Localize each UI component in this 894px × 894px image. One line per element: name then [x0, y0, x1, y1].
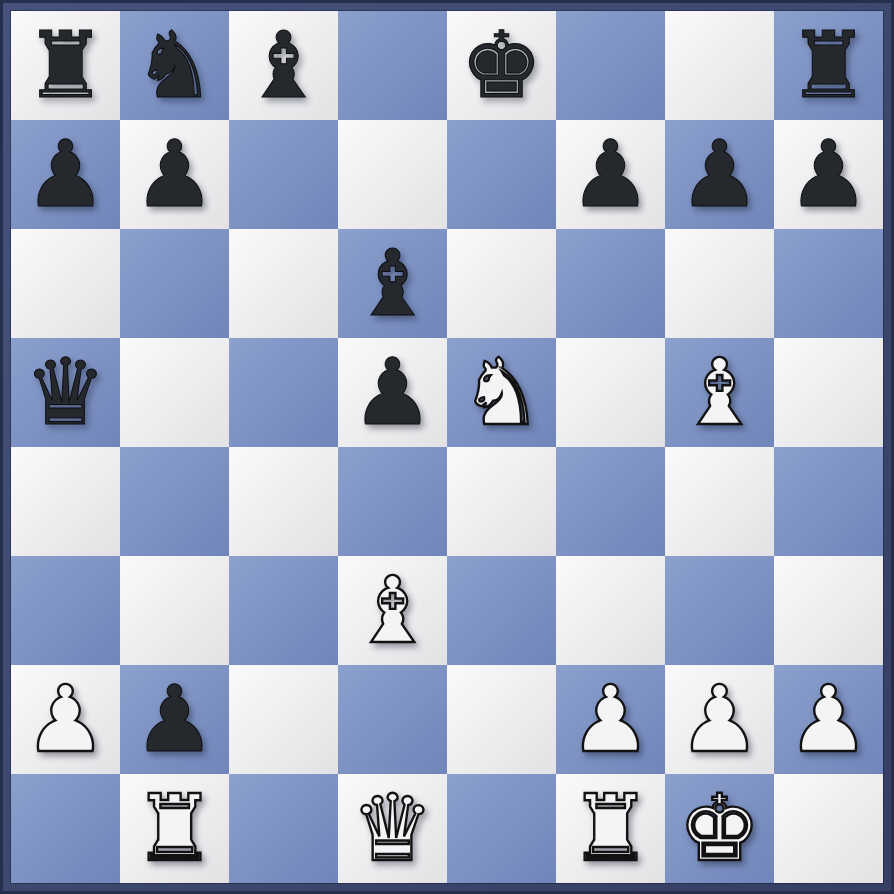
square-c5[interactable] — [229, 338, 338, 447]
square-c7[interactable] — [229, 120, 338, 229]
square-f8[interactable] — [556, 11, 665, 120]
square-d7[interactable] — [338, 120, 447, 229]
white-pawn[interactable]: ♟ — [24, 665, 106, 774]
square-h7[interactable]: ♟ — [774, 120, 883, 229]
square-a2[interactable]: ♟ — [11, 665, 120, 774]
square-b8[interactable]: ♞ — [120, 11, 229, 120]
square-d2[interactable] — [338, 665, 447, 774]
square-a4[interactable] — [11, 447, 120, 556]
square-b6[interactable] — [120, 229, 229, 338]
square-b3[interactable] — [120, 556, 229, 665]
white-bishop[interactable]: ♝ — [351, 556, 433, 665]
square-g8[interactable] — [665, 11, 774, 120]
square-a6[interactable] — [11, 229, 120, 338]
square-b7[interactable]: ♟ — [120, 120, 229, 229]
white-king[interactable]: ♚ — [678, 774, 760, 883]
square-b5[interactable] — [120, 338, 229, 447]
square-g3[interactable] — [665, 556, 774, 665]
square-a5[interactable]: ♛ — [11, 338, 120, 447]
square-a7[interactable]: ♟ — [11, 120, 120, 229]
square-e7[interactable] — [447, 120, 556, 229]
square-c2[interactable] — [229, 665, 338, 774]
square-e2[interactable] — [447, 665, 556, 774]
square-d5[interactable]: ♟ — [338, 338, 447, 447]
white-rook[interactable]: ♜ — [569, 774, 651, 883]
square-d8[interactable] — [338, 11, 447, 120]
chess-board: ♜♞♝♚♜♟♟♟♟♟♝♛♟♞♝♝♟♟♟♟♟♜♛♜♚ — [11, 11, 883, 883]
square-e3[interactable] — [447, 556, 556, 665]
square-d3[interactable]: ♝ — [338, 556, 447, 665]
black-rook[interactable]: ♜ — [24, 11, 106, 120]
square-c4[interactable] — [229, 447, 338, 556]
square-h8[interactable]: ♜ — [774, 11, 883, 120]
square-e8[interactable]: ♚ — [447, 11, 556, 120]
square-h4[interactable] — [774, 447, 883, 556]
square-g6[interactable] — [665, 229, 774, 338]
square-h5[interactable] — [774, 338, 883, 447]
black-pawn[interactable]: ♟ — [24, 120, 106, 229]
white-pawn[interactable]: ♟ — [787, 665, 869, 774]
black-king[interactable]: ♚ — [460, 11, 542, 120]
square-h6[interactable] — [774, 229, 883, 338]
white-knight[interactable]: ♞ — [460, 338, 542, 447]
black-pawn[interactable]: ♟ — [787, 120, 869, 229]
black-pawn[interactable]: ♟ — [133, 120, 215, 229]
black-knight[interactable]: ♞ — [133, 11, 215, 120]
black-pawn[interactable]: ♟ — [133, 665, 215, 774]
square-g4[interactable] — [665, 447, 774, 556]
square-f6[interactable] — [556, 229, 665, 338]
square-f1[interactable]: ♜ — [556, 774, 665, 883]
black-pawn[interactable]: ♟ — [351, 338, 433, 447]
square-a3[interactable] — [11, 556, 120, 665]
black-bishop[interactable]: ♝ — [242, 11, 324, 120]
square-g1[interactable]: ♚ — [665, 774, 774, 883]
square-d1[interactable]: ♛ — [338, 774, 447, 883]
white-pawn[interactable]: ♟ — [569, 665, 651, 774]
square-b1[interactable]: ♜ — [120, 774, 229, 883]
square-e1[interactable] — [447, 774, 556, 883]
square-b4[interactable] — [120, 447, 229, 556]
black-pawn[interactable]: ♟ — [678, 120, 760, 229]
square-a1[interactable] — [11, 774, 120, 883]
square-e6[interactable] — [447, 229, 556, 338]
square-c3[interactable] — [229, 556, 338, 665]
square-e4[interactable] — [447, 447, 556, 556]
chess-board-frame: ♜♞♝♚♜♟♟♟♟♟♝♛♟♞♝♝♟♟♟♟♟♜♛♜♚ — [0, 0, 894, 894]
square-g2[interactable]: ♟ — [665, 665, 774, 774]
black-queen[interactable]: ♛ — [24, 338, 106, 447]
square-e5[interactable]: ♞ — [447, 338, 556, 447]
white-bishop[interactable]: ♝ — [678, 338, 760, 447]
black-rook[interactable]: ♜ — [787, 11, 869, 120]
white-rook[interactable]: ♜ — [133, 774, 215, 883]
square-f2[interactable]: ♟ — [556, 665, 665, 774]
white-queen[interactable]: ♛ — [351, 774, 433, 883]
square-g7[interactable]: ♟ — [665, 120, 774, 229]
square-h3[interactable] — [774, 556, 883, 665]
square-d6[interactable]: ♝ — [338, 229, 447, 338]
black-bishop[interactable]: ♝ — [351, 229, 433, 338]
square-f7[interactable]: ♟ — [556, 120, 665, 229]
square-b2[interactable]: ♟ — [120, 665, 229, 774]
square-c6[interactable] — [229, 229, 338, 338]
white-pawn[interactable]: ♟ — [678, 665, 760, 774]
square-f5[interactable] — [556, 338, 665, 447]
square-d4[interactable] — [338, 447, 447, 556]
square-c8[interactable]: ♝ — [229, 11, 338, 120]
square-g5[interactable]: ♝ — [665, 338, 774, 447]
square-f4[interactable] — [556, 447, 665, 556]
square-h1[interactable] — [774, 774, 883, 883]
square-c1[interactable] — [229, 774, 338, 883]
black-pawn[interactable]: ♟ — [569, 120, 651, 229]
square-f3[interactable] — [556, 556, 665, 665]
square-a8[interactable]: ♜ — [11, 11, 120, 120]
square-h2[interactable]: ♟ — [774, 665, 883, 774]
